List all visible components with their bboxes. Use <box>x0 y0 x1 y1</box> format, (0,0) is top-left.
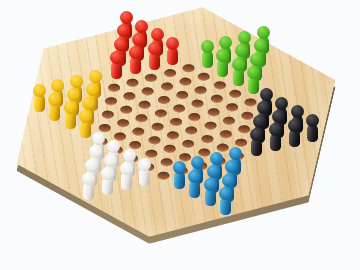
peg-head <box>219 187 232 200</box>
peg-blue[interactable] <box>203 178 217 206</box>
peg-head <box>253 115 266 128</box>
peg-head <box>260 88 273 101</box>
peg-head <box>225 160 238 173</box>
peg-head <box>129 46 142 59</box>
peg-head <box>257 26 270 39</box>
peg-red[interactable] <box>110 51 124 79</box>
peg-head <box>51 79 64 92</box>
pegs-layer <box>0 0 360 270</box>
peg-head <box>104 154 117 167</box>
peg-head <box>166 37 179 50</box>
peg-red[interactable] <box>129 46 143 74</box>
peg-head <box>89 145 102 158</box>
peg-green[interactable] <box>231 58 245 86</box>
peg-head <box>173 161 186 174</box>
peg-white[interactable] <box>100 167 114 195</box>
peg-head <box>188 170 201 183</box>
peg-yellow[interactable] <box>48 93 62 121</box>
peg-head <box>254 39 267 52</box>
peg-head <box>89 70 102 83</box>
peg-head <box>216 49 229 62</box>
peg-black[interactable] <box>287 119 301 147</box>
peg-head <box>107 140 120 153</box>
peg-head <box>222 174 235 187</box>
peg-head <box>138 158 151 171</box>
peg-yellow[interactable] <box>63 101 77 129</box>
peg-head <box>70 75 83 88</box>
peg-white[interactable] <box>119 162 133 190</box>
peg-green[interactable] <box>200 40 214 68</box>
peg-red[interactable] <box>166 37 180 65</box>
peg-head <box>82 172 95 185</box>
peg-head <box>101 167 114 180</box>
peg-head <box>151 28 164 41</box>
peg-head <box>85 159 98 172</box>
peg-head <box>79 110 92 123</box>
peg-yellow[interactable] <box>32 84 46 112</box>
peg-head <box>135 20 148 33</box>
peg-blue[interactable] <box>188 170 202 198</box>
peg-white[interactable] <box>138 158 152 186</box>
peg-head <box>120 11 133 24</box>
peg-head <box>235 44 248 57</box>
peg-head <box>207 165 220 178</box>
peg-head <box>117 24 130 37</box>
peg-head <box>269 123 282 136</box>
peg-head <box>132 33 145 46</box>
peg-head <box>114 38 127 51</box>
peg-head <box>219 36 232 49</box>
peg-head <box>210 152 223 165</box>
peg-head <box>92 132 105 145</box>
peg-head <box>120 162 133 175</box>
peg-black[interactable] <box>306 114 320 142</box>
peg-head <box>288 119 301 132</box>
peg-head <box>110 51 123 64</box>
peg-head <box>201 40 214 53</box>
peg-head <box>232 58 245 71</box>
peg-head <box>86 83 99 96</box>
peg-head <box>82 97 95 110</box>
photo-background <box>0 0 360 270</box>
peg-head <box>191 156 204 169</box>
peg-head <box>148 42 161 55</box>
peg-head <box>229 147 242 160</box>
peg-head <box>48 93 61 106</box>
peg-head <box>64 101 77 114</box>
peg-head <box>123 149 136 162</box>
peg-head <box>67 88 80 101</box>
peg-head <box>250 128 263 141</box>
peg-head <box>275 97 288 110</box>
peg-blue[interactable] <box>219 187 233 215</box>
peg-head <box>204 178 217 191</box>
peg-head <box>250 53 263 66</box>
peg-head <box>238 31 251 44</box>
peg-head <box>291 105 304 118</box>
peg-head <box>272 110 285 123</box>
peg-blue[interactable] <box>172 161 186 189</box>
peg-head <box>306 114 319 127</box>
peg-black[interactable] <box>269 123 283 151</box>
peg-head <box>33 84 46 97</box>
peg-white[interactable] <box>82 172 96 200</box>
peg-head <box>257 101 270 114</box>
peg-head <box>247 66 260 79</box>
peg-green[interactable] <box>216 49 230 77</box>
peg-red[interactable] <box>147 42 161 70</box>
peg-black[interactable] <box>250 128 264 156</box>
